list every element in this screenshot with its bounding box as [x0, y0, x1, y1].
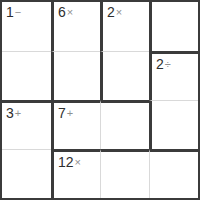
cage-clue: 7+ [58, 104, 73, 122]
cage-clue: 3+ [6, 104, 21, 122]
cell-r2c3[interactable] [149, 100, 198, 149]
cage-clue-operator: − [15, 6, 21, 18]
cage-clue-operator: × [116, 6, 122, 18]
cage-clue-value: 1 [6, 4, 14, 20]
cell-r0c0[interactable]: 1− [2, 2, 51, 51]
cage-clue-value: 12 [58, 154, 74, 170]
cage-clue-value: 7 [58, 105, 66, 121]
cell-r2c2[interactable] [100, 100, 149, 149]
cell-r3c0[interactable] [2, 149, 51, 198]
cell-r2c1[interactable]: 7+ [51, 100, 100, 149]
cell-r2c0[interactable]: 3+ [2, 100, 51, 149]
cage-clue: 6× [58, 3, 73, 21]
cell-r0c3[interactable] [149, 2, 198, 51]
cage-clue-operator: × [67, 6, 73, 18]
cage-clue: 2÷ [156, 55, 171, 73]
cell-r3c1[interactable]: 12× [51, 149, 100, 198]
screenshot-stage: 1−6×2×2÷3+7+12× [0, 0, 200, 200]
cage-clue-operator: ÷ [165, 58, 171, 70]
kenken-board: 1−6×2×2÷3+7+12× [0, 0, 200, 200]
cage-clue-value: 2 [107, 4, 115, 20]
cell-r1c3[interactable]: 2÷ [149, 51, 198, 100]
cage-clue-operator: + [15, 107, 21, 119]
cell-r1c1[interactable] [51, 51, 100, 100]
cage-clue-value: 3 [6, 105, 14, 121]
cell-r3c3[interactable] [149, 149, 198, 198]
cell-r3c2[interactable] [100, 149, 149, 198]
cage-clue: 2× [107, 3, 122, 21]
cell-r0c1[interactable]: 6× [51, 2, 100, 51]
cage-clue-value: 2 [156, 56, 164, 72]
cage-clue-value: 6 [58, 4, 66, 20]
cell-r1c2[interactable] [100, 51, 149, 100]
cage-clue: 1− [6, 3, 21, 21]
cage-clue-operator: + [67, 107, 73, 119]
cell-r0c2[interactable]: 2× [100, 2, 149, 51]
cage-clue: 12× [58, 153, 81, 171]
cell-r1c0[interactable] [2, 51, 51, 100]
cage-clue-operator: × [75, 156, 81, 168]
